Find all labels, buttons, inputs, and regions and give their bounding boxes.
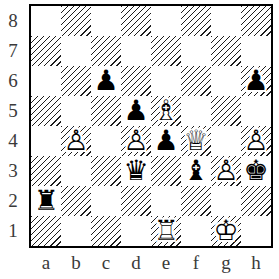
- square-f5: [181, 96, 211, 126]
- square-h6: ♟: [241, 66, 271, 96]
- square-f7: [181, 36, 211, 66]
- square-h7: [241, 36, 271, 66]
- square-b8: [61, 6, 91, 36]
- square-g8: [211, 6, 241, 36]
- black-piece-glyph: ♟: [151, 126, 181, 156]
- square-g6: [211, 66, 241, 96]
- white-piece-outline: ♙: [121, 126, 151, 156]
- square-b5: [61, 96, 91, 126]
- square-a6: [31, 66, 61, 96]
- rank-label-7: 7: [0, 36, 26, 66]
- square-e3: [151, 156, 181, 186]
- rank-label-6: 6: [0, 66, 26, 96]
- white-piece-outline: ♙: [241, 126, 271, 156]
- black-piece-glyph: ♛: [121, 156, 151, 186]
- white-piece-outline: ♙: [211, 156, 241, 186]
- piece-white-pawn-g3: ♟♙: [211, 156, 241, 186]
- piece-black-rook-a2: ♜: [31, 186, 61, 216]
- file-label-f: f: [181, 250, 211, 276]
- square-c2: [91, 186, 121, 216]
- square-e4: ♟: [151, 126, 181, 156]
- square-c6: ♟: [91, 66, 121, 96]
- square-a3: [31, 156, 61, 186]
- piece-white-queen-f4: ♛♕: [181, 126, 211, 156]
- square-h2: [241, 186, 271, 216]
- square-d2: [121, 186, 151, 216]
- rank-label-4: 4: [0, 126, 26, 156]
- white-piece-outline: ♕: [181, 126, 211, 156]
- square-c4: [91, 126, 121, 156]
- black-piece-glyph: ♚: [241, 156, 271, 186]
- square-c1: [91, 216, 121, 246]
- square-d5: ♟: [121, 96, 151, 126]
- square-f6: [181, 66, 211, 96]
- file-labels: abcdefgh: [31, 250, 271, 276]
- piece-white-bishop-e5: ♝♗: [151, 96, 181, 126]
- square-a7: [31, 36, 61, 66]
- black-piece-glyph: ♜: [31, 186, 61, 216]
- piece-black-pawn-e4: ♟: [151, 126, 181, 156]
- black-piece-glyph: ♟: [91, 66, 121, 96]
- piece-black-king-h3: ♚: [241, 156, 271, 186]
- square-d8: [121, 6, 151, 36]
- chess-diagram: 87654321 ♟♟♟♝♗♟♙♟♙♟♛♕♟♙♛♝♟♙♚♜♜♖♚♔ abcdef…: [0, 0, 279, 279]
- rank-label-5: 5: [0, 96, 26, 126]
- square-c8: [91, 6, 121, 36]
- square-c7: [91, 36, 121, 66]
- rank-label-3: 3: [0, 156, 26, 186]
- square-f8: [181, 6, 211, 36]
- square-f1: [181, 216, 211, 246]
- file-label-e: e: [151, 250, 181, 276]
- black-piece-glyph: ♟: [121, 96, 151, 126]
- square-g4: [211, 126, 241, 156]
- file-label-c: c: [91, 250, 121, 276]
- square-e5: ♝♗: [151, 96, 181, 126]
- square-a1: [31, 216, 61, 246]
- square-b7: [61, 36, 91, 66]
- square-c5: [91, 96, 121, 126]
- square-d1: [121, 216, 151, 246]
- piece-black-queen-d3: ♛: [121, 156, 151, 186]
- piece-white-pawn-h4: ♟♙: [241, 126, 271, 156]
- piece-white-rook-e1: ♜♖: [151, 216, 181, 246]
- square-b6: [61, 66, 91, 96]
- chess-board: ♟♟♟♝♗♟♙♟♙♟♛♕♟♙♛♝♟♙♚♜♜♖♚♔: [29, 4, 273, 248]
- square-g2: [211, 186, 241, 216]
- square-d6: [121, 66, 151, 96]
- piece-black-pawn-c6: ♟: [91, 66, 121, 96]
- square-e1: ♜♖: [151, 216, 181, 246]
- square-g5: [211, 96, 241, 126]
- piece-white-king-g1: ♚♔: [211, 216, 241, 246]
- square-h4: ♟♙: [241, 126, 271, 156]
- piece-black-pawn-d5: ♟: [121, 96, 151, 126]
- square-h8: [241, 6, 271, 36]
- square-d3: ♛: [121, 156, 151, 186]
- rank-label-8: 8: [0, 6, 26, 36]
- square-b1: [61, 216, 91, 246]
- white-piece-outline: ♙: [61, 126, 91, 156]
- black-piece-glyph: ♟: [241, 66, 271, 96]
- white-piece-outline: ♗: [151, 96, 181, 126]
- rank-labels: 87654321: [0, 6, 26, 246]
- square-e6: [151, 66, 181, 96]
- square-g3: ♟♙: [211, 156, 241, 186]
- square-e8: [151, 6, 181, 36]
- square-e2: [151, 186, 181, 216]
- file-label-d: d: [121, 250, 151, 276]
- square-a2: ♜: [31, 186, 61, 216]
- square-c3: [91, 156, 121, 186]
- white-piece-outline: ♔: [211, 216, 241, 246]
- square-f3: ♝: [181, 156, 211, 186]
- black-piece-glyph: ♝: [181, 156, 211, 186]
- square-f4: ♛♕: [181, 126, 211, 156]
- rank-label-2: 2: [0, 186, 26, 216]
- square-h5: [241, 96, 271, 126]
- square-d7: [121, 36, 151, 66]
- square-h3: ♚: [241, 156, 271, 186]
- square-b4: ♟♙: [61, 126, 91, 156]
- file-label-h: h: [241, 250, 271, 276]
- piece-white-pawn-b4: ♟♙: [61, 126, 91, 156]
- white-piece-outline: ♖: [151, 216, 181, 246]
- square-b2: [61, 186, 91, 216]
- square-g1: ♚♔: [211, 216, 241, 246]
- piece-white-pawn-d4: ♟♙: [121, 126, 151, 156]
- square-a5: [31, 96, 61, 126]
- rank-label-1: 1: [0, 216, 26, 246]
- file-label-a: a: [31, 250, 61, 276]
- piece-black-bishop-f3: ♝: [181, 156, 211, 186]
- file-label-g: g: [211, 250, 241, 276]
- square-d4: ♟♙: [121, 126, 151, 156]
- square-f2: [181, 186, 211, 216]
- square-h1: [241, 216, 271, 246]
- square-a4: [31, 126, 61, 156]
- piece-black-pawn-h6: ♟: [241, 66, 271, 96]
- square-g7: [211, 36, 241, 66]
- square-e7: [151, 36, 181, 66]
- square-b3: [61, 156, 91, 186]
- file-label-b: b: [61, 250, 91, 276]
- square-a8: [31, 6, 61, 36]
